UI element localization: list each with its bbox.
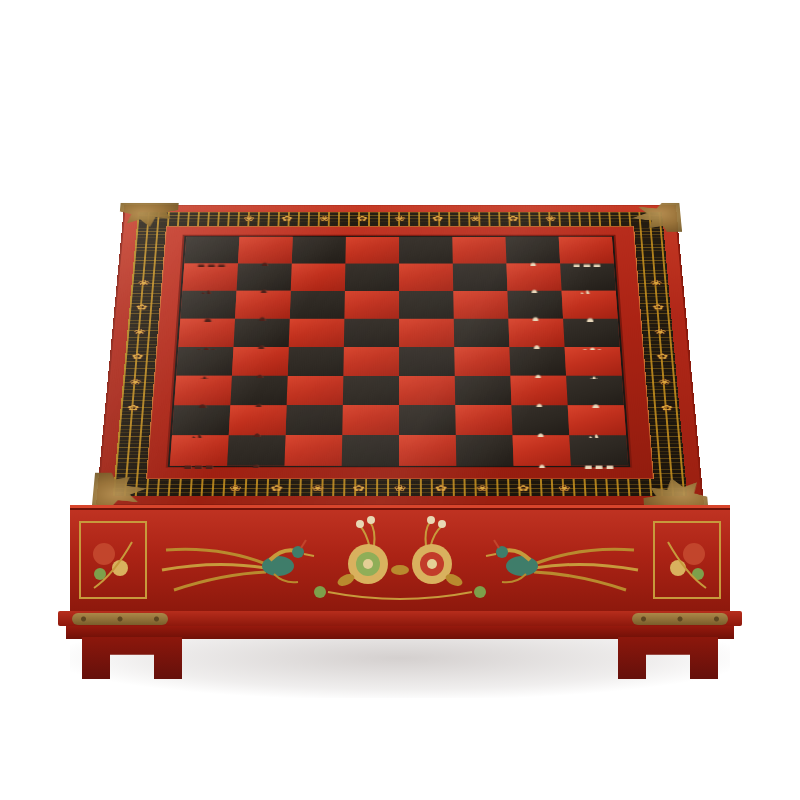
phoenix-left (162, 540, 314, 590)
chessboard: ♜♟♟♜♞♟♟♞♝♟♟♝♛♟♟♛♚♟♟♚♝♟♟♝♞♟♟♞♜♟♟♜ (170, 237, 628, 466)
square-r4c3[interactable] (289, 319, 345, 347)
square-r4c8[interactable]: ♛ (563, 319, 620, 347)
square-r4c1[interactable]: ♛ (178, 319, 235, 347)
square-r3c7[interactable]: ♟ (507, 291, 563, 319)
square-r8c8[interactable]: ♜ (569, 435, 628, 466)
gold-meander-border: ❀ ✿ ❀ ✿ ❀ ✿ ❀ ✿ ❀ ❀ ✿ ❀ ✿ ❀ ✿ ❀ ✿ ❀ ❀ ✿ … (113, 212, 687, 497)
square-r2c7[interactable]: ♟ (506, 264, 561, 291)
lacquer-rim: ❀ ✿ ❀ ✿ ❀ ✿ ❀ ✿ ❀ ❀ ✿ ❀ ✿ ❀ ✿ ❀ ✿ ❀ ❀ ✿ … (96, 205, 704, 505)
square-r6c5[interactable] (399, 376, 455, 405)
border-flowers-top: ❀ ✿ ❀ ✿ ❀ ✿ ❀ ✿ ❀ (201, 214, 610, 222)
square-r3c2[interactable]: ♟ (235, 291, 291, 319)
square-r2c6[interactable] (453, 264, 508, 291)
square-r1c3[interactable] (292, 237, 346, 264)
square-r7c5[interactable] (399, 405, 456, 435)
square-r5c8[interactable]: ♚ (565, 347, 622, 376)
square-r2c3[interactable] (291, 264, 346, 291)
square-r3c5[interactable] (399, 291, 454, 319)
brass-hinge-right (632, 613, 728, 625)
chest-front-panel (70, 505, 730, 614)
square-r6c1[interactable]: ♝ (174, 376, 232, 405)
chessboard-chest-top: ❀ ✿ ❀ ✿ ❀ ✿ ❀ ✿ ❀ ❀ ✿ ❀ ✿ ❀ ✿ ❀ ✿ ❀ ❀ ✿ … (96, 205, 704, 505)
square-r1c4[interactable] (345, 237, 399, 264)
square-r8c2[interactable]: ♟ (227, 435, 285, 466)
square-r6c3[interactable] (287, 376, 344, 405)
corner-floral-panel-left (80, 522, 146, 598)
square-r5c4[interactable] (343, 347, 399, 376)
product-photo-stage: ❀ ✿ ❀ ✿ ❀ ✿ ❀ ✿ ❀ ❀ ✿ ❀ ✿ ❀ ✿ ❀ ✿ ❀ ❀ ✿ … (0, 0, 800, 800)
square-r8c5[interactable] (399, 435, 456, 466)
square-r4c6[interactable] (454, 319, 510, 347)
square-r2c8[interactable]: ♞ (560, 264, 616, 291)
border-flowers-bottom: ❀ ✿ ❀ ✿ ❀ ✿ ❀ ✿ ❀ (183, 483, 629, 493)
square-r5c6[interactable] (454, 347, 510, 376)
square-r1c6[interactable] (452, 237, 506, 264)
square-r7c8[interactable]: ♞ (568, 405, 626, 435)
square-r4c2[interactable]: ♟ (234, 319, 290, 347)
square-r4c7[interactable]: ♟ (508, 319, 564, 347)
square-r6c8[interactable]: ♝ (566, 376, 624, 405)
square-r1c2[interactable]: ♟ (238, 237, 293, 264)
brass-hinge-left (72, 613, 168, 625)
front-panel-painting (70, 508, 730, 611)
square-r5c3[interactable] (288, 347, 344, 376)
square-r3c1[interactable]: ♝ (180, 291, 236, 319)
square-r7c4[interactable] (342, 405, 399, 435)
square-r7c2[interactable]: ♟ (229, 405, 287, 435)
square-r5c1[interactable]: ♚ (176, 347, 233, 376)
square-r7c6[interactable] (455, 405, 512, 435)
square-r3c4[interactable] (344, 291, 399, 319)
square-r2c5[interactable] (399, 264, 453, 291)
square-r2c2[interactable]: ♟ (237, 264, 292, 291)
square-r4c5[interactable] (399, 319, 454, 347)
square-r1c8[interactable]: ♜ (559, 237, 614, 264)
square-r5c5[interactable] (399, 347, 455, 376)
peony-blossoms (314, 516, 486, 599)
square-r3c3[interactable] (290, 291, 345, 319)
square-r8c4[interactable] (342, 435, 399, 466)
board-scene: ❀ ✿ ❀ ✿ ❀ ✿ ❀ ✿ ❀ ❀ ✿ ❀ ✿ ❀ ✿ ❀ ✿ ❀ ❀ ✿ … (96, 159, 704, 505)
square-r8c7[interactable]: ♟ (513, 435, 571, 466)
square-r6c4[interactable] (343, 376, 399, 405)
corner-floral-panel-right (654, 522, 720, 598)
square-r6c6[interactable] (455, 376, 512, 405)
inner-red-frame: ♜♟♟♜♞♟♟♞♝♟♟♝♛♟♟♛♚♟♟♚♝♟♟♝♞♟♟♞♜♟♟♜ (146, 226, 654, 479)
square-r7c7[interactable]: ♟ (511, 405, 569, 435)
square-r4c4[interactable] (344, 319, 399, 347)
square-r8c6[interactable] (456, 435, 514, 466)
phoenix-right (486, 540, 638, 590)
square-r2c4[interactable] (345, 264, 399, 291)
square-r1c5[interactable] (399, 237, 453, 264)
square-r6c7[interactable]: ♟ (510, 376, 567, 405)
square-r7c3[interactable] (286, 405, 343, 435)
square-r5c2[interactable]: ♟ (232, 347, 289, 376)
square-r6c2[interactable]: ♟ (230, 376, 287, 405)
square-r7c1[interactable]: ♞ (172, 405, 230, 435)
square-r1c7[interactable]: ♟ (505, 237, 560, 264)
square-r3c8[interactable]: ♝ (562, 291, 618, 319)
square-r5c7[interactable]: ♟ (509, 347, 566, 376)
square-r1c1[interactable]: ♜ (184, 237, 239, 264)
square-r8c1[interactable]: ♜ (170, 435, 229, 466)
square-r8c3[interactable] (284, 435, 342, 466)
square-r2c1[interactable]: ♞ (182, 264, 238, 291)
square-r3c6[interactable] (453, 291, 508, 319)
